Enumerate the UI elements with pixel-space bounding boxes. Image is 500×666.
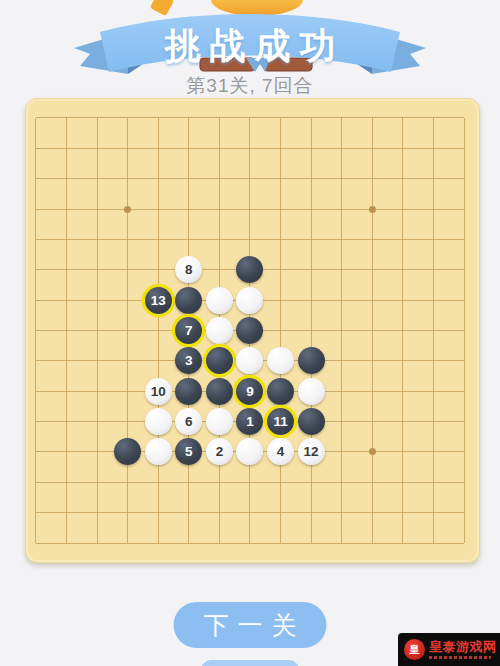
board-cell (265, 315, 296, 345)
board-cell (296, 164, 327, 194)
board-cell (449, 376, 480, 406)
board-cell (21, 164, 52, 194)
board-cell (326, 315, 357, 345)
board-cell (143, 224, 174, 254)
board-cell: 12 (296, 437, 327, 467)
stone-black (175, 378, 202, 405)
board-cell (21, 376, 52, 406)
stone-white (236, 438, 263, 465)
board-cell (388, 406, 419, 436)
board-cell (296, 224, 327, 254)
stone-black-move-3: 3 (175, 347, 202, 374)
board-cell (112, 285, 143, 315)
board-cell (21, 437, 52, 467)
star-point (124, 206, 131, 213)
success-banner: 挑战成功 第31关, 7回合 (0, 0, 500, 100)
board-cell (174, 103, 205, 133)
stone-white-move-10: 10 (145, 378, 172, 405)
board-cell (449, 437, 480, 467)
board-cell (265, 103, 296, 133)
move-number: 4 (277, 444, 285, 459)
board-cell (112, 255, 143, 285)
move-number: 13 (151, 293, 166, 308)
board-cell (21, 255, 52, 285)
board-cell (51, 224, 82, 254)
board-cell (388, 164, 419, 194)
board-cell (418, 133, 449, 163)
board-cell (265, 285, 296, 315)
board-cell: 7 (174, 315, 205, 345)
board-cell (143, 528, 174, 558)
board-cell (82, 194, 113, 224)
board-cell (235, 255, 266, 285)
move-number: 3 (185, 353, 193, 368)
board-cell (449, 164, 480, 194)
board-cell (51, 164, 82, 194)
board-cell: 3 (174, 346, 205, 376)
board-cell (388, 133, 419, 163)
secondary-button-sliver[interactable] (201, 660, 299, 666)
board-cell (82, 528, 113, 558)
board-cell (357, 194, 388, 224)
board-cell (326, 346, 357, 376)
stone-black (298, 347, 325, 374)
stone-black-move-7: 7 (175, 317, 202, 344)
board-cell (143, 133, 174, 163)
board-cell (21, 194, 52, 224)
board-cell (326, 103, 357, 133)
board-cell (265, 255, 296, 285)
board-cell (143, 103, 174, 133)
board-cell (174, 164, 205, 194)
board-cell (21, 497, 52, 527)
move-number: 9 (246, 384, 254, 399)
board-cell (51, 194, 82, 224)
board-cell (82, 315, 113, 345)
stone-white (298, 378, 325, 405)
board-cell (51, 497, 82, 527)
board-cell (204, 194, 235, 224)
board-cell (418, 224, 449, 254)
stone-black-move-1: 1 (236, 408, 263, 435)
board-cell (449, 103, 480, 133)
board-cell (235, 497, 266, 527)
stone-black (298, 408, 325, 435)
board-cell (418, 376, 449, 406)
stone-white-move-8: 8 (175, 256, 202, 283)
stone-white-move-2: 2 (206, 438, 233, 465)
stone-white-move-12: 12 (298, 438, 325, 465)
board-cell (357, 285, 388, 315)
board-cell (326, 497, 357, 527)
stone-black (114, 438, 141, 465)
stone-black-move-11: 11 (267, 408, 294, 435)
board-cell (357, 346, 388, 376)
board-cell (296, 315, 327, 345)
board-cell (235, 103, 266, 133)
board-cell (82, 437, 113, 467)
board-cell (449, 255, 480, 285)
board-cell: 2 (204, 437, 235, 467)
board-cell (143, 194, 174, 224)
board-cell (265, 346, 296, 376)
board-cell (265, 194, 296, 224)
board-cell (51, 255, 82, 285)
board-cell (235, 224, 266, 254)
board-cell (204, 346, 235, 376)
board-cell (326, 467, 357, 497)
stone-white (206, 317, 233, 344)
stone-white (206, 287, 233, 314)
board-cell (82, 224, 113, 254)
board-cell (357, 255, 388, 285)
screen: 挑战成功 第31关, 7回合 81373109611152412 下一关 皇 皇… (0, 0, 500, 666)
board-cell (235, 346, 266, 376)
board-cell (296, 528, 327, 558)
board-cell (449, 133, 480, 163)
board-cell (204, 528, 235, 558)
watermark-subtext-line (429, 656, 491, 659)
board-cell (82, 346, 113, 376)
board-cell (418, 194, 449, 224)
board-cell (326, 164, 357, 194)
board-cell (204, 467, 235, 497)
board-cell (296, 103, 327, 133)
board-cell (326, 255, 357, 285)
board-cell (143, 406, 174, 436)
board-cell (204, 315, 235, 345)
board-cell (326, 528, 357, 558)
board-cell (204, 497, 235, 527)
board-cell (388, 224, 419, 254)
next-level-button-label: 下一关 (195, 609, 306, 642)
stone-black (236, 317, 263, 344)
board-cell (21, 467, 52, 497)
board-cell (296, 346, 327, 376)
level-round-info: 第31关, 7回合 (0, 74, 500, 98)
board-cell (357, 497, 388, 527)
board-cell (357, 467, 388, 497)
board-cell (418, 497, 449, 527)
board-cell (112, 164, 143, 194)
board-cell (357, 164, 388, 194)
board-cell (449, 315, 480, 345)
board-cell (143, 437, 174, 467)
board-cell (112, 133, 143, 163)
star-point (369, 206, 376, 213)
board-cell (296, 467, 327, 497)
move-number: 5 (185, 444, 193, 459)
board-cell (82, 497, 113, 527)
board-cell (82, 103, 113, 133)
board-cell (296, 285, 327, 315)
board-cell (143, 255, 174, 285)
board-cell (418, 467, 449, 497)
board-cell (357, 406, 388, 436)
board-cell (112, 376, 143, 406)
board-cell: 11 (265, 406, 296, 436)
board-cell (21, 406, 52, 436)
watermark: 皇 皇泰游戏网 (398, 633, 500, 666)
board-cell (112, 224, 143, 254)
board-cell (388, 467, 419, 497)
board-cell (143, 497, 174, 527)
board-cell (174, 497, 205, 527)
board-cell (357, 315, 388, 345)
board-cell: 5 (174, 437, 205, 467)
board-cell (82, 406, 113, 436)
board-cell (112, 406, 143, 436)
board-cell (174, 133, 205, 163)
board-cell (235, 133, 266, 163)
board-cell (388, 376, 419, 406)
board-cell (418, 406, 449, 436)
board-cell (51, 437, 82, 467)
board-cell (204, 376, 235, 406)
board-cell (326, 224, 357, 254)
board-cell (449, 285, 480, 315)
move-number: 6 (185, 414, 193, 429)
stone-black (206, 347, 233, 374)
move-number: 12 (304, 444, 319, 459)
board-cell (204, 224, 235, 254)
board-cell (51, 528, 82, 558)
board-cell (265, 497, 296, 527)
board-cell (21, 285, 52, 315)
stone-black-move-9: 9 (236, 378, 263, 405)
board-cell (418, 315, 449, 345)
board-cell (235, 528, 266, 558)
banner-title: 挑战成功 (70, 24, 430, 68)
board-cell: 9 (235, 376, 266, 406)
board-cell (357, 376, 388, 406)
board-cell (418, 346, 449, 376)
board-cell: 6 (174, 406, 205, 436)
board-cell (112, 497, 143, 527)
board-cell (174, 285, 205, 315)
board-cell (418, 164, 449, 194)
stone-black (267, 378, 294, 405)
move-number: 11 (273, 414, 287, 429)
board-cell (418, 255, 449, 285)
board-cell (296, 497, 327, 527)
board-cell (296, 133, 327, 163)
board-cell (388, 346, 419, 376)
board-cell (174, 467, 205, 497)
board-cell (143, 164, 174, 194)
stone-white (236, 287, 263, 314)
board-cell: 13 (143, 285, 174, 315)
board-cell (418, 285, 449, 315)
board-cell (357, 103, 388, 133)
board-cell (449, 406, 480, 436)
board-cell (112, 346, 143, 376)
board-cell (357, 437, 388, 467)
watermark-badge-icon: 皇 (404, 639, 425, 660)
board-cell (51, 285, 82, 315)
stone-black (175, 287, 202, 314)
board-cell (326, 376, 357, 406)
board-cell (51, 467, 82, 497)
move-number: 2 (216, 444, 224, 459)
board-cell (326, 406, 357, 436)
board-cell (296, 376, 327, 406)
board-cell (143, 315, 174, 345)
board-cell (296, 406, 327, 436)
board-cell (21, 133, 52, 163)
board-cell (388, 194, 419, 224)
board-cell (388, 315, 419, 345)
board-cell (112, 103, 143, 133)
board-cell (21, 346, 52, 376)
stone-black-move-5: 5 (175, 438, 202, 465)
board-cell (174, 528, 205, 558)
board-cell (357, 224, 388, 254)
board-cell (235, 467, 266, 497)
board-cell (388, 528, 419, 558)
board-cell (112, 194, 143, 224)
board-cell (265, 224, 296, 254)
board-cell (265, 133, 296, 163)
board-cell (388, 285, 419, 315)
board-cell (21, 224, 52, 254)
board-cell (143, 346, 174, 376)
board-cell (388, 255, 419, 285)
watermark-text: 皇泰游戏网 (429, 640, 497, 653)
board-cell (326, 133, 357, 163)
stone-white-move-6: 6 (175, 408, 202, 435)
stone-white-move-4: 4 (267, 438, 294, 465)
board-cell (449, 497, 480, 527)
stone-white (267, 347, 294, 374)
board-cell (112, 467, 143, 497)
gomoku-board: 81373109611152412 (25, 98, 480, 563)
board-cell (326, 437, 357, 467)
board-cell: 10 (143, 376, 174, 406)
board-cell: 4 (265, 437, 296, 467)
board-cell: 8 (174, 255, 205, 285)
board-cell (112, 528, 143, 558)
board-cell (388, 437, 419, 467)
board-cell (418, 528, 449, 558)
board-cell (296, 194, 327, 224)
board-cell (82, 285, 113, 315)
board-cell (21, 315, 52, 345)
board-cell (235, 164, 266, 194)
board-cell (204, 164, 235, 194)
board-cell (357, 528, 388, 558)
star-point (369, 448, 376, 455)
board-cell (112, 437, 143, 467)
move-number: 8 (185, 262, 193, 277)
board-cell (82, 376, 113, 406)
board-cell (82, 164, 113, 194)
board-cell (235, 315, 266, 345)
board-cell (449, 346, 480, 376)
board-cell (449, 528, 480, 558)
board-cell (265, 528, 296, 558)
board-cell (449, 224, 480, 254)
move-number: 10 (151, 384, 166, 399)
board-cell (204, 255, 235, 285)
board-cell (204, 285, 235, 315)
board-cell (296, 255, 327, 285)
board-cell (21, 103, 52, 133)
board-cell (21, 528, 52, 558)
board-cell (388, 497, 419, 527)
stone-white (145, 438, 172, 465)
stone-black (236, 256, 263, 283)
stone-white (206, 408, 233, 435)
stone-white (236, 347, 263, 374)
board-cell (51, 315, 82, 345)
board-cell (174, 194, 205, 224)
move-number: 1 (246, 414, 254, 429)
board-cell (174, 376, 205, 406)
board-cell (143, 467, 174, 497)
board-cell: 1 (235, 406, 266, 436)
board-cell (112, 315, 143, 345)
board-cell (418, 103, 449, 133)
board-cell (388, 103, 419, 133)
stone-white (145, 408, 172, 435)
board-cell (265, 164, 296, 194)
board-cell (51, 376, 82, 406)
board-cell (174, 224, 205, 254)
board-cell (51, 103, 82, 133)
stone-black (206, 378, 233, 405)
board-cell (265, 467, 296, 497)
board-cell (82, 133, 113, 163)
board-cell (357, 133, 388, 163)
board-cell (265, 376, 296, 406)
board-cell (204, 133, 235, 163)
move-number: 7 (185, 323, 193, 338)
board-cell (326, 194, 357, 224)
board-cell (418, 437, 449, 467)
board-cell (449, 467, 480, 497)
board-cell (235, 285, 266, 315)
next-level-button[interactable]: 下一关 (174, 602, 327, 648)
board-cell (51, 133, 82, 163)
board-cell (51, 346, 82, 376)
board-cell (82, 467, 113, 497)
board-cell (449, 194, 480, 224)
board-cell (51, 406, 82, 436)
stone-black-move-13: 13 (145, 287, 172, 314)
board-cell (204, 103, 235, 133)
board-cell (82, 255, 113, 285)
board-grid: 81373109611152412 (21, 103, 480, 558)
board-cell (235, 437, 266, 467)
board-cell (235, 194, 266, 224)
board-cell (326, 285, 357, 315)
board-cell (204, 406, 235, 436)
